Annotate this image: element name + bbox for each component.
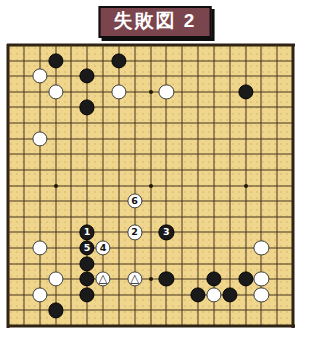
stone-black bbox=[206, 272, 221, 287]
stone-white bbox=[32, 131, 47, 146]
grid-line-horizontal bbox=[8, 263, 293, 264]
grid-line-vertical bbox=[182, 45, 183, 326]
triangle-mark-icon: △ bbox=[99, 273, 108, 285]
grid-line-vertical bbox=[198, 45, 199, 326]
move-number-label: 4 bbox=[100, 243, 107, 253]
stone-black bbox=[80, 100, 95, 115]
star-point bbox=[149, 184, 153, 188]
stone-black bbox=[238, 84, 253, 99]
move-number-label: 2 bbox=[131, 228, 138, 238]
grid-line-horizontal bbox=[8, 294, 293, 295]
stone-black bbox=[238, 272, 253, 287]
stone-white bbox=[254, 240, 269, 255]
grid-line-horizontal bbox=[8, 232, 293, 233]
stone-white-triangle: △ bbox=[95, 272, 110, 287]
stone-white bbox=[111, 84, 126, 99]
stone-white bbox=[254, 272, 269, 287]
diagram-title: 失敗図 2 bbox=[99, 6, 212, 38]
stone-black-move-3: 3 bbox=[159, 225, 174, 240]
stone-white-triangle: △ bbox=[127, 272, 142, 287]
grid-line-horizontal bbox=[8, 201, 293, 202]
stone-black bbox=[48, 303, 63, 318]
stone-white-move-6: 6 bbox=[127, 194, 142, 209]
stone-black bbox=[80, 287, 95, 302]
stone-black-move-1: 1 bbox=[80, 225, 95, 240]
triangle-mark-icon: △ bbox=[130, 273, 139, 285]
stone-white bbox=[32, 69, 47, 84]
grid-line-horizontal bbox=[8, 247, 293, 248]
stone-black bbox=[222, 287, 237, 302]
star-point bbox=[244, 184, 248, 188]
star-point bbox=[149, 90, 153, 94]
diagram-title-label: 失敗図 2 bbox=[114, 10, 197, 31]
stone-black bbox=[190, 287, 205, 302]
stone-black bbox=[111, 53, 126, 68]
stone-white bbox=[206, 287, 221, 302]
stone-white bbox=[159, 84, 174, 99]
stone-white bbox=[48, 272, 63, 287]
grid-line-vertical bbox=[292, 44, 295, 328]
move-number-label: 3 bbox=[163, 228, 170, 238]
stone-black bbox=[159, 272, 174, 287]
move-number-label: 6 bbox=[131, 196, 138, 206]
stone-white-move-4: 4 bbox=[95, 240, 110, 255]
stone-black-move-5: 5 bbox=[80, 240, 95, 255]
star-point bbox=[54, 184, 58, 188]
stone-black bbox=[48, 53, 63, 68]
stone-white bbox=[254, 287, 269, 302]
stone-white-move-2: 2 bbox=[127, 225, 142, 240]
stone-black bbox=[80, 256, 95, 271]
grid-line-vertical bbox=[277, 45, 278, 326]
grid-line-vertical bbox=[229, 45, 230, 326]
stone-white bbox=[48, 84, 63, 99]
grid-line-horizontal bbox=[7, 325, 295, 328]
go-board: 612354△△ bbox=[8, 45, 293, 326]
stone-black bbox=[80, 69, 95, 84]
stone-black bbox=[80, 272, 95, 287]
stone-white bbox=[32, 240, 47, 255]
stone-white bbox=[32, 287, 47, 302]
move-number-label: 5 bbox=[84, 243, 91, 253]
move-number-label: 1 bbox=[84, 228, 91, 238]
star-point bbox=[149, 277, 153, 281]
go-diagram-page: 失敗図 2 612354△△ bbox=[0, 0, 310, 348]
grid-line-horizontal bbox=[8, 216, 293, 217]
